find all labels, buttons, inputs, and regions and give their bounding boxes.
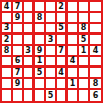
cell-r6c1[interactable] xyxy=(2,57,13,68)
cell-r4c7[interactable] xyxy=(68,35,79,46)
cell-r8c5[interactable] xyxy=(46,79,57,90)
cell-r6c9[interactable] xyxy=(90,57,101,68)
cell-r9c9[interactable]: 6 xyxy=(90,90,101,101)
cell-r6c2[interactable]: 6 xyxy=(13,57,24,68)
cell-r5c8[interactable]: 1 xyxy=(79,46,90,57)
cell-r3c8[interactable]: 8 xyxy=(79,24,90,35)
cell-r2c9[interactable] xyxy=(90,13,101,24)
cell-r1c4[interactable] xyxy=(35,2,46,13)
cell-r7c4[interactable]: 5 xyxy=(35,68,46,79)
cell-r1c9[interactable] xyxy=(90,2,101,13)
cell-r1c6[interactable]: 2 xyxy=(57,2,68,13)
cell-r9c3[interactable] xyxy=(24,90,35,101)
cell-r5c1[interactable]: 8 xyxy=(2,46,13,57)
cell-r8c6[interactable] xyxy=(57,79,68,90)
cell-r6c3[interactable] xyxy=(24,57,35,68)
cell-r5c5[interactable] xyxy=(46,46,57,57)
cell-r4c2[interactable] xyxy=(13,35,24,46)
cell-r1c7[interactable] xyxy=(68,2,79,13)
cell-r9c7[interactable] xyxy=(68,90,79,101)
cell-r7c8[interactable] xyxy=(79,68,90,79)
cell-r4c9[interactable] xyxy=(90,35,101,46)
cell-r6c5[interactable] xyxy=(46,57,57,68)
cell-r7c1[interactable] xyxy=(2,68,13,79)
cell-r3c7[interactable] xyxy=(68,24,79,35)
cell-r4c6[interactable] xyxy=(57,35,68,46)
cell-r2c4[interactable]: 8 xyxy=(35,13,46,24)
sudoku-board: 4729835823583971461475491856 xyxy=(0,0,103,103)
cell-r8c8[interactable] xyxy=(79,79,90,90)
cell-r7c6[interactable]: 4 xyxy=(57,68,68,79)
cell-r2c2[interactable]: 9 xyxy=(13,13,24,24)
cell-r7c5[interactable] xyxy=(46,68,57,79)
cell-r9c1[interactable] xyxy=(2,90,13,101)
cell-r4c3[interactable] xyxy=(24,35,35,46)
cell-r4c5[interactable]: 3 xyxy=(46,35,57,46)
cell-r8c4[interactable] xyxy=(35,79,46,90)
cell-r5c9[interactable]: 4 xyxy=(90,46,101,57)
cell-r3c9[interactable] xyxy=(90,24,101,35)
cell-r3c5[interactable] xyxy=(46,24,57,35)
cell-r2c5[interactable] xyxy=(46,13,57,24)
cell-r2c3[interactable] xyxy=(24,13,35,24)
cell-r3c6[interactable]: 5 xyxy=(57,24,68,35)
cell-r6c4[interactable]: 1 xyxy=(35,57,46,68)
cell-r7c2[interactable]: 7 xyxy=(13,68,24,79)
cell-r8c1[interactable] xyxy=(2,79,13,90)
cell-r8c7[interactable]: 1 xyxy=(68,79,79,90)
cell-r1c3[interactable] xyxy=(24,2,35,13)
cell-r3c2[interactable] xyxy=(13,24,24,35)
cell-r9c6[interactable] xyxy=(57,90,68,101)
cell-r9c4[interactable] xyxy=(35,90,46,101)
cell-r8c9[interactable]: 8 xyxy=(90,79,101,90)
cell-r9c5[interactable]: 5 xyxy=(46,90,57,101)
cell-r3c3[interactable] xyxy=(24,24,35,35)
cell-r4c1[interactable]: 2 xyxy=(2,35,13,46)
cell-r7c7[interactable] xyxy=(68,68,79,79)
cell-r3c1[interactable]: 3 xyxy=(2,24,13,35)
cell-r2c7[interactable] xyxy=(68,13,79,24)
cell-r5c3[interactable]: 3 xyxy=(24,46,35,57)
cell-r9c8[interactable] xyxy=(79,90,90,101)
cell-r5c6[interactable]: 7 xyxy=(57,46,68,57)
cell-r1c8[interactable] xyxy=(79,2,90,13)
cell-r6c8[interactable] xyxy=(79,57,90,68)
cell-r1c5[interactable] xyxy=(46,2,57,13)
cell-r9c2[interactable] xyxy=(13,90,24,101)
cell-r7c9[interactable] xyxy=(90,68,101,79)
cell-r4c8[interactable]: 5 xyxy=(79,35,90,46)
cell-r4c4[interactable] xyxy=(35,35,46,46)
cell-r1c1[interactable]: 4 xyxy=(2,2,13,13)
cell-r8c2[interactable]: 9 xyxy=(13,79,24,90)
cell-r1c2[interactable]: 7 xyxy=(13,2,24,13)
cell-r7c3[interactable] xyxy=(24,68,35,79)
cell-r6c7[interactable]: 4 xyxy=(68,57,79,68)
cell-r3c4[interactable] xyxy=(35,24,46,35)
cell-r8c3[interactable] xyxy=(24,79,35,90)
cell-r6c6[interactable] xyxy=(57,57,68,68)
